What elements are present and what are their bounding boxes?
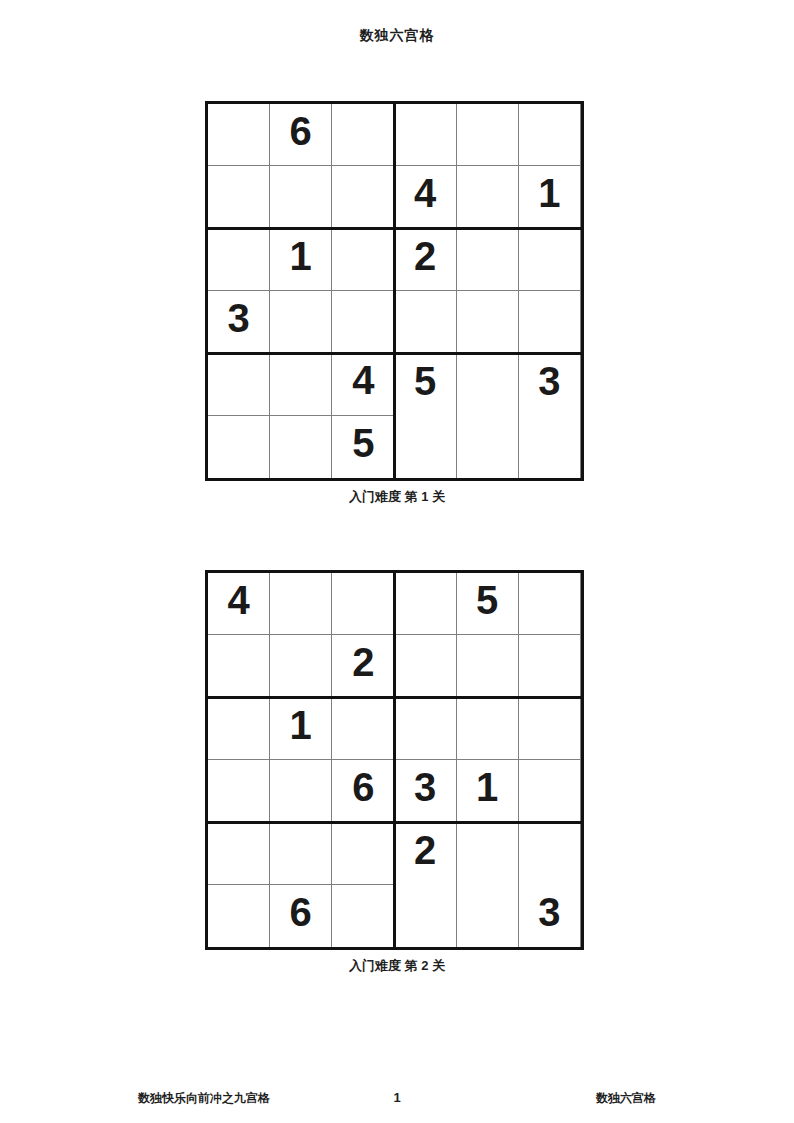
cell-r1c4 — [395, 104, 457, 166]
cell-r4c1 — [208, 760, 270, 822]
given-digit: 5 — [352, 421, 374, 466]
cell-r5c5 — [457, 353, 519, 415]
cell-r6c6 — [519, 416, 581, 478]
cell-r6c6: 3 — [519, 885, 581, 947]
given-digit: 6 — [290, 890, 312, 935]
cell-r4c5 — [457, 291, 519, 353]
cell-r5c2 — [270, 822, 332, 884]
cell-r1c6 — [519, 104, 581, 166]
puzzle-2-caption: 入门难度 第 2 关 — [0, 957, 794, 975]
cell-r3c6 — [519, 698, 581, 760]
block-line-horizontal-2 — [208, 352, 581, 355]
cell-r2c1 — [208, 635, 270, 697]
cell-r3c6 — [519, 229, 581, 291]
page-footer: 数独快乐向前冲之九宫格 1 数独六宫格 — [138, 1090, 656, 1107]
cell-r6c5 — [457, 416, 519, 478]
cell-r4c3 — [332, 291, 394, 353]
block-line-horizontal-1 — [208, 227, 581, 230]
cell-r2c4: 4 — [395, 166, 457, 228]
cell-r3c1 — [208, 698, 270, 760]
cell-r4c6 — [519, 291, 581, 353]
cell-r2c4 — [395, 635, 457, 697]
given-digit: 6 — [290, 109, 312, 154]
cell-r5c5 — [457, 822, 519, 884]
block-line-horizontal-2 — [208, 821, 581, 824]
given-digit: 5 — [414, 359, 436, 404]
given-digit: 3 — [227, 296, 249, 341]
cell-r6c2 — [270, 416, 332, 478]
cell-r1c5 — [457, 104, 519, 166]
cell-r5c6 — [519, 822, 581, 884]
cell-r5c1 — [208, 353, 270, 415]
given-digit: 2 — [414, 234, 436, 279]
cell-r3c2: 1 — [270, 229, 332, 291]
footer-right-text: 数独六宫格 — [483, 1090, 656, 1107]
cell-r2c6 — [519, 635, 581, 697]
cell-r3c1 — [208, 229, 270, 291]
given-digit: 3 — [414, 765, 436, 810]
cell-r4c2 — [270, 291, 332, 353]
cell-r4c3: 6 — [332, 760, 394, 822]
page-title: 数独六宫格 — [0, 27, 794, 45]
cell-r6c1 — [208, 416, 270, 478]
footer-page-number: 1 — [311, 1090, 484, 1105]
cell-r3c2: 1 — [270, 698, 332, 760]
cell-r5c4: 2 — [395, 822, 457, 884]
cell-r4c2 — [270, 760, 332, 822]
cell-r2c6: 1 — [519, 166, 581, 228]
cell-r2c5 — [457, 635, 519, 697]
given-digit: 4 — [352, 358, 374, 403]
cell-r5c2 — [270, 353, 332, 415]
given-digit: 1 — [538, 171, 560, 216]
cell-r1c6 — [519, 573, 581, 635]
cell-r6c5 — [457, 885, 519, 947]
cell-r1c1 — [208, 104, 270, 166]
cell-r3c3 — [332, 698, 394, 760]
given-digit: 3 — [538, 890, 560, 935]
cell-r6c1 — [208, 885, 270, 947]
given-digit: 1 — [290, 703, 312, 748]
sudoku-board-2: 4521631263 — [205, 570, 584, 950]
block-line-vertical — [393, 573, 396, 947]
cell-r2c1 — [208, 166, 270, 228]
cell-r5c3: 4 — [332, 353, 394, 415]
cell-r6c4 — [395, 885, 457, 947]
cell-r5c4: 5 — [395, 353, 457, 415]
footer-left-text: 数独快乐向前冲之九宫格 — [138, 1090, 311, 1107]
given-digit: 4 — [227, 578, 249, 623]
cell-r1c4 — [395, 573, 457, 635]
cell-r2c2 — [270, 166, 332, 228]
cell-r3c5 — [457, 698, 519, 760]
cell-r6c4 — [395, 416, 457, 478]
cell-r3c3 — [332, 229, 394, 291]
cell-r5c6: 3 — [519, 353, 581, 415]
given-digit: 6 — [352, 765, 374, 810]
sudoku-board-1: 6411234535 — [205, 101, 584, 481]
puzzle-1-caption: 入门难度 第 1 关 — [0, 488, 794, 506]
block-line-horizontal-1 — [208, 696, 581, 699]
cell-r2c5 — [457, 166, 519, 228]
cell-r3c4: 2 — [395, 229, 457, 291]
cell-r4c4: 3 — [395, 760, 457, 822]
cell-r3c4 — [395, 698, 457, 760]
cell-r4c1: 3 — [208, 291, 270, 353]
cell-r4c5: 1 — [457, 760, 519, 822]
cell-r1c2: 6 — [270, 104, 332, 166]
cell-r6c3: 5 — [332, 416, 394, 478]
cell-r2c3 — [332, 166, 394, 228]
cell-r3c5 — [457, 229, 519, 291]
given-digit: 5 — [476, 578, 498, 623]
cell-r1c5: 5 — [457, 573, 519, 635]
document-page: 数独六宫格 6411234535 入门难度 第 1 关 4521631263 入… — [0, 0, 794, 1123]
cell-r4c6 — [519, 760, 581, 822]
cell-r1c2 — [270, 573, 332, 635]
cell-r2c3: 2 — [332, 635, 394, 697]
given-digit: 3 — [538, 359, 560, 404]
cell-r5c1 — [208, 822, 270, 884]
given-digit: 1 — [290, 234, 312, 279]
cell-r1c3 — [332, 104, 394, 166]
given-digit: 2 — [414, 828, 436, 873]
cell-r5c3 — [332, 822, 394, 884]
cell-r4c4 — [395, 291, 457, 353]
given-digit: 1 — [476, 765, 498, 810]
cell-r1c1: 4 — [208, 573, 270, 635]
block-line-vertical — [393, 104, 396, 478]
cell-r6c2: 6 — [270, 885, 332, 947]
cell-r6c3 — [332, 885, 394, 947]
given-digit: 4 — [414, 171, 436, 216]
cell-r2c2 — [270, 635, 332, 697]
cell-r1c3 — [332, 573, 394, 635]
given-digit: 2 — [352, 640, 374, 685]
